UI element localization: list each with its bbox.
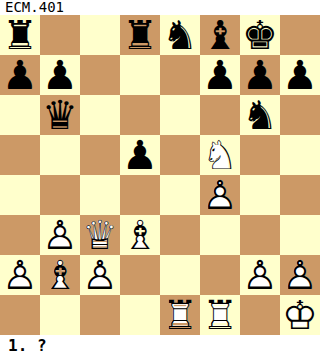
black-pawn-icon: ♟: [200, 54, 240, 94]
black-king-icon: ♚: [240, 14, 280, 54]
square-h5[interactable]: [280, 135, 320, 175]
square-d8[interactable]: ♜: [120, 15, 160, 55]
black-knight-icon: ♞: [240, 94, 280, 134]
white-pawn-icon: ♙: [280, 254, 320, 294]
square-a5[interactable]: [0, 135, 40, 175]
square-a4[interactable]: [0, 175, 40, 215]
square-b1[interactable]: [40, 295, 80, 335]
square-d1[interactable]: [120, 295, 160, 335]
white-rook-icon: ♖: [160, 294, 200, 334]
square-h1[interactable]: ♚♔: [280, 295, 320, 335]
square-h4[interactable]: [280, 175, 320, 215]
square-e4[interactable]: [160, 175, 200, 215]
square-d3[interactable]: ♝♗: [120, 215, 160, 255]
black-bishop-icon: ♝: [200, 14, 240, 54]
chess-board: ♜♜♞♝♚♟♟♟♟♟♛♞♟♞♘♟♙♟♙♛♕♝♗♟♙♝♗♟♙♟♙♟♙♜♖♜♖♚♔: [0, 15, 320, 335]
square-f4[interactable]: ♟♙: [200, 175, 240, 215]
square-c8[interactable]: [80, 15, 120, 55]
square-c6[interactable]: [80, 95, 120, 135]
square-d2[interactable]: [120, 255, 160, 295]
square-f6[interactable]: [200, 95, 240, 135]
square-d7[interactable]: [120, 55, 160, 95]
chess-diagram-page: ECM.401 ♜♜♞♝♚♟♟♟♟♟♛♞♟♞♘♟♙♟♙♛♕♝♗♟♙♝♗♟♙♟♙♟…: [0, 0, 320, 360]
square-h6[interactable]: [280, 95, 320, 135]
white-pawn-fill: ♟: [80, 254, 120, 294]
square-c7[interactable]: [80, 55, 120, 95]
black-knight-icon: ♞: [160, 14, 200, 54]
black-queen-icon: ♛: [40, 94, 80, 134]
white-pawn-fill: ♟: [40, 214, 80, 254]
square-d6[interactable]: [120, 95, 160, 135]
square-e5[interactable]: [160, 135, 200, 175]
square-e2[interactable]: [160, 255, 200, 295]
square-d5[interactable]: ♟: [120, 135, 160, 175]
move-prompt: 1. ?: [0, 335, 320, 360]
black-pawn-icon: ♟: [240, 54, 280, 94]
square-b7[interactable]: ♟: [40, 55, 80, 95]
black-rook-icon: ♜: [0, 14, 40, 54]
white-knight-fill: ♞: [200, 134, 240, 174]
square-f3[interactable]: [200, 215, 240, 255]
square-f7[interactable]: ♟: [200, 55, 240, 95]
white-pawn-fill: ♟: [280, 254, 320, 294]
square-a1[interactable]: [0, 295, 40, 335]
square-c2[interactable]: ♟♙: [80, 255, 120, 295]
square-a2[interactable]: ♟♙: [0, 255, 40, 295]
white-bishop-icon: ♗: [120, 214, 160, 254]
white-pawn-icon: ♙: [240, 254, 280, 294]
white-pawn-fill: ♟: [240, 254, 280, 294]
square-g4[interactable]: [240, 175, 280, 215]
square-h8[interactable]: [280, 15, 320, 55]
square-g1[interactable]: [240, 295, 280, 335]
square-b2[interactable]: ♝♗: [40, 255, 80, 295]
white-queen-icon: ♕: [80, 214, 120, 254]
square-b4[interactable]: [40, 175, 80, 215]
white-knight-icon: ♘: [200, 134, 240, 174]
black-pawn-icon: ♟: [280, 54, 320, 94]
white-pawn-icon: ♙: [0, 254, 40, 294]
square-e6[interactable]: [160, 95, 200, 135]
white-king-icon: ♔: [280, 294, 320, 334]
square-e7[interactable]: [160, 55, 200, 95]
square-f1[interactable]: ♜♖: [200, 295, 240, 335]
square-e1[interactable]: ♜♖: [160, 295, 200, 335]
square-a7[interactable]: ♟: [0, 55, 40, 95]
square-h7[interactable]: ♟: [280, 55, 320, 95]
square-d4[interactable]: [120, 175, 160, 215]
square-b6[interactable]: ♛: [40, 95, 80, 135]
white-rook-fill: ♜: [160, 294, 200, 334]
diagram-title: ECM.401: [0, 0, 320, 15]
black-rook-icon: ♜: [120, 14, 160, 54]
square-g8[interactable]: ♚: [240, 15, 280, 55]
white-bishop-fill: ♝: [120, 214, 160, 254]
black-pawn-icon: ♟: [40, 54, 80, 94]
square-c5[interactable]: [80, 135, 120, 175]
black-pawn-icon: ♟: [0, 54, 40, 94]
square-b3[interactable]: ♟♙: [40, 215, 80, 255]
square-c1[interactable]: [80, 295, 120, 335]
square-a6[interactable]: [0, 95, 40, 135]
square-b8[interactable]: [40, 15, 80, 55]
white-rook-fill: ♜: [200, 294, 240, 334]
square-c3[interactable]: ♛♕: [80, 215, 120, 255]
black-pawn-icon: ♟: [120, 134, 160, 174]
square-g2[interactable]: ♟♙: [240, 255, 280, 295]
square-h2[interactable]: ♟♙: [280, 255, 320, 295]
white-pawn-icon: ♙: [80, 254, 120, 294]
white-pawn-icon: ♙: [200, 174, 240, 214]
square-g5[interactable]: [240, 135, 280, 175]
square-a3[interactable]: [0, 215, 40, 255]
white-queen-fill: ♛: [80, 214, 120, 254]
white-pawn-fill: ♟: [0, 254, 40, 294]
square-g3[interactable]: [240, 215, 280, 255]
white-pawn-icon: ♙: [40, 214, 80, 254]
square-g6[interactable]: ♞: [240, 95, 280, 135]
square-e3[interactable]: [160, 215, 200, 255]
white-rook-icon: ♖: [200, 294, 240, 334]
white-bishop-icon: ♗: [40, 254, 80, 294]
square-f5[interactable]: ♞♘: [200, 135, 240, 175]
square-a8[interactable]: ♜: [0, 15, 40, 55]
white-pawn-fill: ♟: [200, 174, 240, 214]
square-f8[interactable]: ♝: [200, 15, 240, 55]
square-e8[interactable]: ♞: [160, 15, 200, 55]
square-h3[interactable]: [280, 215, 320, 255]
square-g7[interactable]: ♟: [240, 55, 280, 95]
square-f2[interactable]: [200, 255, 240, 295]
white-king-fill: ♚: [280, 294, 320, 334]
square-b5[interactable]: [40, 135, 80, 175]
square-c4[interactable]: [80, 175, 120, 215]
white-bishop-fill: ♝: [40, 254, 80, 294]
